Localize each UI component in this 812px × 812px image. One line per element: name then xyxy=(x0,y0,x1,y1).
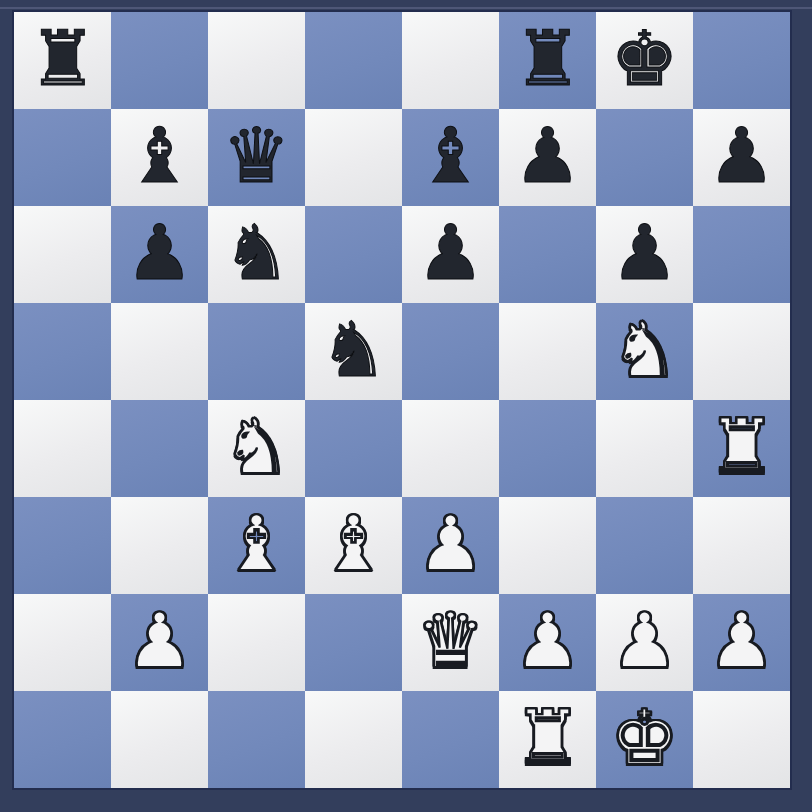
square-e5[interactable] xyxy=(402,303,499,400)
square-g6[interactable]: ♟ xyxy=(596,206,693,303)
square-h6[interactable] xyxy=(693,206,790,303)
square-a3[interactable] xyxy=(14,497,111,594)
square-d4[interactable] xyxy=(305,400,402,497)
square-c4[interactable]: ♞ xyxy=(208,400,305,497)
square-g1[interactable]: ♚ xyxy=(596,691,693,788)
square-h3[interactable] xyxy=(693,497,790,594)
piece-white-knight[interactable]: ♞ xyxy=(222,398,290,495)
square-a4[interactable] xyxy=(14,400,111,497)
square-b1[interactable] xyxy=(111,691,208,788)
piece-black-pawn[interactable]: ♟ xyxy=(125,204,193,301)
piece-white-bishop[interactable]: ♝ xyxy=(222,495,290,592)
piece-black-queen[interactable]: ♛ xyxy=(222,107,290,204)
square-f7[interactable]: ♟ xyxy=(499,109,596,206)
square-g3[interactable] xyxy=(596,497,693,594)
square-b8[interactable] xyxy=(111,12,208,109)
piece-white-pawn[interactable]: ♟ xyxy=(125,592,193,689)
square-h8[interactable] xyxy=(693,12,790,109)
square-e1[interactable] xyxy=(402,691,499,788)
square-a7[interactable] xyxy=(14,109,111,206)
square-a6[interactable] xyxy=(14,206,111,303)
piece-white-pawn[interactable]: ♟ xyxy=(416,495,484,592)
piece-white-pawn[interactable]: ♟ xyxy=(610,592,678,689)
piece-white-pawn[interactable]: ♟ xyxy=(513,592,581,689)
square-c5[interactable] xyxy=(208,303,305,400)
square-h2[interactable]: ♟ xyxy=(693,594,790,691)
piece-white-bishop[interactable]: ♝ xyxy=(319,495,387,592)
piece-black-pawn[interactable]: ♟ xyxy=(513,107,581,204)
square-d3[interactable]: ♝ xyxy=(305,497,402,594)
square-e8[interactable] xyxy=(402,12,499,109)
piece-black-rook[interactable]: ♜ xyxy=(28,10,96,107)
square-f1[interactable]: ♜ xyxy=(499,691,596,788)
square-b5[interactable] xyxy=(111,303,208,400)
square-b2[interactable]: ♟ xyxy=(111,594,208,691)
square-c1[interactable] xyxy=(208,691,305,788)
square-g7[interactable] xyxy=(596,109,693,206)
piece-white-king[interactable]: ♚ xyxy=(610,689,678,786)
piece-black-pawn[interactable]: ♟ xyxy=(707,107,775,204)
square-d8[interactable] xyxy=(305,12,402,109)
square-b6[interactable]: ♟ xyxy=(111,206,208,303)
square-f4[interactable] xyxy=(499,400,596,497)
square-f5[interactable] xyxy=(499,303,596,400)
square-f6[interactable] xyxy=(499,206,596,303)
square-d2[interactable] xyxy=(305,594,402,691)
square-h1[interactable] xyxy=(693,691,790,788)
square-e7[interactable]: ♝ xyxy=(402,109,499,206)
square-e2[interactable]: ♛ xyxy=(402,594,499,691)
piece-black-knight[interactable]: ♞ xyxy=(222,204,290,301)
square-e6[interactable]: ♟ xyxy=(402,206,499,303)
piece-black-pawn[interactable]: ♟ xyxy=(610,204,678,301)
piece-black-bishop[interactable]: ♝ xyxy=(416,107,484,204)
piece-white-knight[interactable]: ♞ xyxy=(610,301,678,398)
piece-black-knight[interactable]: ♞ xyxy=(319,301,387,398)
square-d7[interactable] xyxy=(305,109,402,206)
square-f8[interactable]: ♜ xyxy=(499,12,596,109)
square-d5[interactable]: ♞ xyxy=(305,303,402,400)
square-b4[interactable] xyxy=(111,400,208,497)
square-a2[interactable] xyxy=(14,594,111,691)
square-h7[interactable]: ♟ xyxy=(693,109,790,206)
square-a8[interactable]: ♜ xyxy=(14,12,111,109)
square-c6[interactable]: ♞ xyxy=(208,206,305,303)
square-g5[interactable]: ♞ xyxy=(596,303,693,400)
piece-black-pawn[interactable]: ♟ xyxy=(416,204,484,301)
square-h4[interactable]: ♜ xyxy=(693,400,790,497)
square-b7[interactable]: ♝ xyxy=(111,109,208,206)
square-f3[interactable] xyxy=(499,497,596,594)
square-g8[interactable]: ♚ xyxy=(596,12,693,109)
square-h5[interactable] xyxy=(693,303,790,400)
piece-black-king[interactable]: ♚ xyxy=(610,10,678,107)
square-c8[interactable] xyxy=(208,12,305,109)
piece-white-queen[interactable]: ♛ xyxy=(416,592,484,689)
square-g4[interactable] xyxy=(596,400,693,497)
square-e4[interactable] xyxy=(402,400,499,497)
piece-black-bishop[interactable]: ♝ xyxy=(125,107,193,204)
square-d1[interactable] xyxy=(305,691,402,788)
square-c7[interactable]: ♛ xyxy=(208,109,305,206)
square-a1[interactable] xyxy=(14,691,111,788)
square-g2[interactable]: ♟ xyxy=(596,594,693,691)
piece-white-pawn[interactable]: ♟ xyxy=(707,592,775,689)
piece-black-rook[interactable]: ♜ xyxy=(513,10,581,107)
square-c2[interactable] xyxy=(208,594,305,691)
square-f2[interactable]: ♟ xyxy=(499,594,596,691)
piece-white-rook[interactable]: ♜ xyxy=(707,398,775,495)
chess-board: ♜♜♚♝♛♝♟♟♟♞♟♟♞♞♞♜♝♝♟♟♛♟♟♟♜♚ xyxy=(14,12,790,788)
piece-white-rook[interactable]: ♜ xyxy=(513,689,581,786)
square-e3[interactable]: ♟ xyxy=(402,497,499,594)
square-a5[interactable] xyxy=(14,303,111,400)
square-b3[interactable] xyxy=(111,497,208,594)
square-c3[interactable]: ♝ xyxy=(208,497,305,594)
square-d6[interactable] xyxy=(305,206,402,303)
frame-highlight-line xyxy=(0,7,812,9)
board-frame: ♜♜♚♝♛♝♟♟♟♞♟♟♞♞♞♜♝♝♟♟♛♟♟♟♜♚ xyxy=(0,0,812,812)
